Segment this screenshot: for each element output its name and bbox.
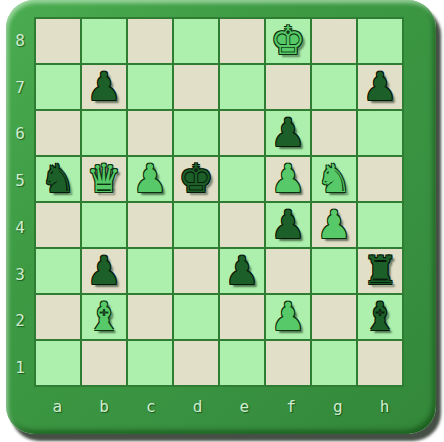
square-a5[interactable]: ♞ (36, 157, 80, 201)
file-label-d: d (174, 391, 221, 421)
piece-white-bishop[interactable]: ♝ (87, 297, 122, 336)
square-b4[interactable] (82, 203, 126, 247)
square-c3[interactable] (128, 249, 172, 293)
square-d7[interactable] (174, 65, 218, 109)
square-g4[interactable]: ♟ (312, 203, 356, 247)
rank-label-5: 5 (6, 157, 34, 204)
square-a8[interactable] (36, 19, 80, 63)
square-h4[interactable] (358, 203, 402, 247)
square-d6[interactable] (174, 111, 218, 155)
rank-label-1: 1 (6, 344, 34, 391)
square-e8[interactable] (220, 19, 264, 63)
square-c1[interactable] (128, 341, 172, 385)
rank-label-8: 8 (6, 17, 34, 64)
square-b3[interactable]: ♟ (82, 249, 126, 293)
square-f5[interactable]: ♟ (266, 157, 310, 201)
square-g2[interactable] (312, 295, 356, 339)
square-a1[interactable] (36, 341, 80, 385)
square-b8[interactable] (82, 19, 126, 63)
piece-black-pawn[interactable]: ♟ (271, 205, 306, 244)
chess-board: ♚♟♟♟♞♛♟♚♟♞♟♟♟♟♜♝♟♝ (34, 17, 404, 387)
rank-label-6: 6 (6, 111, 34, 158)
rank-label-7: 7 (6, 64, 34, 111)
square-g5[interactable]: ♞ (312, 157, 356, 201)
file-label-e: e (221, 391, 268, 421)
piece-black-king[interactable]: ♚ (179, 159, 214, 198)
square-d1[interactable] (174, 341, 218, 385)
file-label-b: b (81, 391, 128, 421)
square-c8[interactable] (128, 19, 172, 63)
square-e6[interactable] (220, 111, 264, 155)
square-e2[interactable] (220, 295, 264, 339)
square-h3[interactable]: ♜ (358, 249, 402, 293)
piece-black-pawn[interactable]: ♟ (225, 251, 260, 290)
file-label-f: f (268, 391, 315, 421)
square-e3[interactable]: ♟ (220, 249, 264, 293)
square-g8[interactable] (312, 19, 356, 63)
square-d2[interactable] (174, 295, 218, 339)
square-h6[interactable] (358, 111, 402, 155)
square-c4[interactable] (128, 203, 172, 247)
square-h7[interactable]: ♟ (358, 65, 402, 109)
square-d5[interactable]: ♚ (174, 157, 218, 201)
square-b6[interactable] (82, 111, 126, 155)
square-a7[interactable] (36, 65, 80, 109)
square-b1[interactable] (82, 341, 126, 385)
square-a6[interactable] (36, 111, 80, 155)
piece-white-pawn[interactable]: ♟ (271, 297, 306, 336)
square-d4[interactable] (174, 203, 218, 247)
file-label-g: g (315, 391, 362, 421)
square-c5[interactable]: ♟ (128, 157, 172, 201)
square-d8[interactable] (174, 19, 218, 63)
square-f2[interactable]: ♟ (266, 295, 310, 339)
piece-black-bishop[interactable]: ♝ (363, 297, 398, 336)
square-e1[interactable] (220, 341, 264, 385)
square-h8[interactable] (358, 19, 402, 63)
square-a4[interactable] (36, 203, 80, 247)
square-c6[interactable] (128, 111, 172, 155)
square-a3[interactable] (36, 249, 80, 293)
square-f4[interactable]: ♟ (266, 203, 310, 247)
file-labels: abcdefgh (34, 391, 408, 421)
square-f8[interactable]: ♚ (266, 19, 310, 63)
piece-black-rook[interactable]: ♜ (363, 251, 398, 290)
square-c7[interactable] (128, 65, 172, 109)
piece-black-pawn[interactable]: ♟ (271, 113, 306, 152)
piece-white-pawn[interactable]: ♟ (317, 205, 352, 244)
piece-black-pawn[interactable]: ♟ (87, 251, 122, 290)
square-e7[interactable] (220, 65, 264, 109)
square-b2[interactable]: ♝ (82, 295, 126, 339)
file-label-a: a (34, 391, 81, 421)
piece-white-pawn[interactable]: ♟ (271, 159, 306, 198)
file-label-h: h (361, 391, 408, 421)
piece-black-pawn[interactable]: ♟ (363, 67, 398, 106)
square-g7[interactable] (312, 65, 356, 109)
square-b5[interactable]: ♛ (82, 157, 126, 201)
piece-white-queen[interactable]: ♛ (87, 159, 122, 198)
square-f7[interactable] (266, 65, 310, 109)
rank-label-3: 3 (6, 251, 34, 298)
square-g1[interactable] (312, 341, 356, 385)
rank-label-4: 4 (6, 204, 34, 251)
piece-white-pawn[interactable]: ♟ (133, 159, 168, 198)
square-e5[interactable] (220, 157, 264, 201)
square-g3[interactable] (312, 249, 356, 293)
piece-black-pawn[interactable]: ♟ (87, 67, 122, 106)
square-f6[interactable]: ♟ (266, 111, 310, 155)
square-h1[interactable] (358, 341, 402, 385)
square-h5[interactable] (358, 157, 402, 201)
piece-black-knight[interactable]: ♞ (41, 159, 76, 198)
square-a2[interactable] (36, 295, 80, 339)
piece-white-king[interactable]: ♚ (271, 21, 306, 60)
rank-labels: 87654321 (6, 17, 34, 391)
square-b7[interactable]: ♟ (82, 65, 126, 109)
square-f1[interactable] (266, 341, 310, 385)
square-f3[interactable] (266, 249, 310, 293)
square-g6[interactable] (312, 111, 356, 155)
board-frame: 87654321 ♚♟♟♟♞♛♟♚♟♞♟♟♟♟♜♝♟♝ abcdefgh (6, 0, 436, 434)
square-c2[interactable] (128, 295, 172, 339)
rank-label-2: 2 (6, 298, 34, 345)
square-d3[interactable] (174, 249, 218, 293)
square-h2[interactable]: ♝ (358, 295, 402, 339)
piece-white-knight[interactable]: ♞ (317, 159, 352, 198)
file-label-c: c (128, 391, 175, 421)
square-e4[interactable] (220, 203, 264, 247)
